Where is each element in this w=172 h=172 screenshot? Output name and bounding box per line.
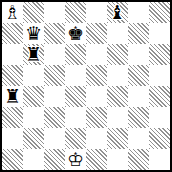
square-h5[interactable] <box>149 65 170 86</box>
square-e7[interactable] <box>86 23 107 44</box>
square-f7[interactable] <box>107 23 128 44</box>
square-d7[interactable]: ♚ <box>65 23 86 44</box>
square-h8[interactable] <box>149 2 170 23</box>
black-rook: ♜ <box>25 44 42 65</box>
square-d2[interactable] <box>65 128 86 149</box>
square-f1[interactable] <box>107 149 128 170</box>
square-b2[interactable] <box>23 128 44 149</box>
chess-board: ♗♝♛♚♜♜♔ <box>0 0 172 172</box>
square-c2[interactable] <box>44 128 65 149</box>
square-e6[interactable] <box>86 44 107 65</box>
square-h2[interactable] <box>149 128 170 149</box>
square-a6[interactable] <box>2 44 23 65</box>
square-d5[interactable] <box>65 65 86 86</box>
square-b4[interactable] <box>23 86 44 107</box>
square-a2[interactable] <box>2 128 23 149</box>
square-f6[interactable] <box>107 44 128 65</box>
black-rook: ♜ <box>4 86 21 107</box>
square-g6[interactable] <box>128 44 149 65</box>
square-d3[interactable] <box>65 107 86 128</box>
square-b8[interactable] <box>23 2 44 23</box>
black-queen: ♛ <box>25 23 42 44</box>
square-a5[interactable] <box>2 65 23 86</box>
square-d8[interactable] <box>65 2 86 23</box>
white-bishop: ♗ <box>4 2 21 23</box>
square-f5[interactable] <box>107 65 128 86</box>
square-g5[interactable] <box>128 65 149 86</box>
square-f8[interactable]: ♝ <box>107 2 128 23</box>
square-a8[interactable]: ♗ <box>2 2 23 23</box>
square-b7[interactable]: ♛ <box>23 23 44 44</box>
square-g3[interactable] <box>128 107 149 128</box>
black-bishop: ♝ <box>109 2 126 23</box>
square-b3[interactable] <box>23 107 44 128</box>
square-h4[interactable] <box>149 86 170 107</box>
square-d4[interactable] <box>65 86 86 107</box>
square-f3[interactable] <box>107 107 128 128</box>
square-d1[interactable]: ♔ <box>65 149 86 170</box>
square-c5[interactable] <box>44 65 65 86</box>
square-e1[interactable] <box>86 149 107 170</box>
square-e4[interactable] <box>86 86 107 107</box>
white-king: ♔ <box>67 149 84 170</box>
square-b1[interactable] <box>23 149 44 170</box>
square-e8[interactable] <box>86 2 107 23</box>
square-c4[interactable] <box>44 86 65 107</box>
square-c6[interactable] <box>44 44 65 65</box>
square-d6[interactable] <box>65 44 86 65</box>
square-g1[interactable] <box>128 149 149 170</box>
square-c7[interactable] <box>44 23 65 44</box>
square-c1[interactable] <box>44 149 65 170</box>
square-a4[interactable]: ♜ <box>2 86 23 107</box>
square-h7[interactable] <box>149 23 170 44</box>
square-h3[interactable] <box>149 107 170 128</box>
black-king: ♚ <box>67 23 84 44</box>
square-a1[interactable] <box>2 149 23 170</box>
square-c8[interactable] <box>44 2 65 23</box>
square-e5[interactable] <box>86 65 107 86</box>
square-f2[interactable] <box>107 128 128 149</box>
square-a7[interactable] <box>2 23 23 44</box>
square-h1[interactable] <box>149 149 170 170</box>
square-a3[interactable] <box>2 107 23 128</box>
square-g4[interactable] <box>128 86 149 107</box>
square-c3[interactable] <box>44 107 65 128</box>
square-g7[interactable] <box>128 23 149 44</box>
square-b6[interactable]: ♜ <box>23 44 44 65</box>
square-f4[interactable] <box>107 86 128 107</box>
square-h6[interactable] <box>149 44 170 65</box>
square-e3[interactable] <box>86 107 107 128</box>
square-e2[interactable] <box>86 128 107 149</box>
square-g8[interactable] <box>128 2 149 23</box>
square-b5[interactable] <box>23 65 44 86</box>
square-g2[interactable] <box>128 128 149 149</box>
